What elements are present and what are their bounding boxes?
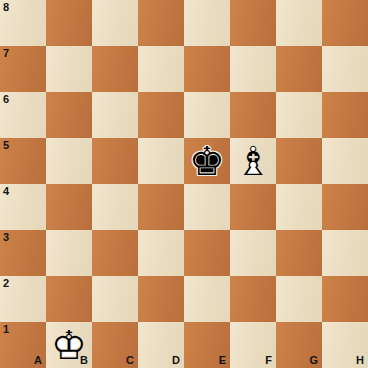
square-c1[interactable]: C — [92, 322, 138, 368]
rank-label-3: 3 — [3, 232, 9, 243]
piece-black-king[interactable]: ♚ — [184, 138, 230, 184]
square-a5[interactable]: 5 — [0, 138, 46, 184]
square-b4[interactable] — [46, 184, 92, 230]
square-g2[interactable] — [276, 276, 322, 322]
rank-label-7: 7 — [3, 48, 9, 59]
rank-label-4: 4 — [3, 186, 9, 197]
square-e2[interactable] — [184, 276, 230, 322]
square-d3[interactable] — [138, 230, 184, 276]
square-c6[interactable] — [92, 92, 138, 138]
square-d2[interactable] — [138, 276, 184, 322]
square-a6[interactable]: 6 — [0, 92, 46, 138]
square-c3[interactable] — [92, 230, 138, 276]
square-e5[interactable]: ♚ — [184, 138, 230, 184]
square-f7[interactable] — [230, 46, 276, 92]
square-h6[interactable] — [322, 92, 368, 138]
square-h8[interactable] — [322, 0, 368, 46]
square-a7[interactable]: 7 — [0, 46, 46, 92]
square-b6[interactable] — [46, 92, 92, 138]
square-h2[interactable] — [322, 276, 368, 322]
rank-label-8: 8 — [3, 2, 9, 13]
square-a2[interactable]: 2 — [0, 276, 46, 322]
square-b5[interactable] — [46, 138, 92, 184]
piece-white-bishop[interactable]: ♝♗ — [230, 138, 276, 184]
file-label-d: D — [172, 355, 180, 366]
square-b7[interactable] — [46, 46, 92, 92]
square-h3[interactable] — [322, 230, 368, 276]
square-e1[interactable]: E — [184, 322, 230, 368]
rank-label-5: 5 — [3, 140, 9, 151]
square-f5[interactable]: ♝♗ — [230, 138, 276, 184]
square-a3[interactable]: 3 — [0, 230, 46, 276]
square-g5[interactable] — [276, 138, 322, 184]
file-label-f: F — [265, 355, 272, 366]
square-h5[interactable] — [322, 138, 368, 184]
file-label-e: E — [219, 355, 226, 366]
square-g1[interactable]: G — [276, 322, 322, 368]
square-c7[interactable] — [92, 46, 138, 92]
rank-label-2: 2 — [3, 278, 9, 289]
square-f1[interactable]: F — [230, 322, 276, 368]
square-g6[interactable] — [276, 92, 322, 138]
square-b8[interactable] — [46, 0, 92, 46]
file-label-g: G — [309, 355, 318, 366]
square-h7[interactable] — [322, 46, 368, 92]
square-d5[interactable] — [138, 138, 184, 184]
piece-glyph-outline: ♗ — [235, 141, 271, 181]
square-e3[interactable] — [184, 230, 230, 276]
page: 8765♚♝♗4321AB♚♔CDEFGH — [0, 0, 368, 368]
rank-label-6: 6 — [3, 94, 9, 105]
square-b1[interactable]: B♚♔ — [46, 322, 92, 368]
square-c8[interactable] — [92, 0, 138, 46]
square-d7[interactable] — [138, 46, 184, 92]
square-c2[interactable] — [92, 276, 138, 322]
piece-glyph-fill: ♚ — [189, 141, 225, 181]
square-g8[interactable] — [276, 0, 322, 46]
square-d4[interactable] — [138, 184, 184, 230]
chess-board: 8765♚♝♗4321AB♚♔CDEFGH — [0, 0, 368, 368]
square-g7[interactable] — [276, 46, 322, 92]
square-c5[interactable] — [92, 138, 138, 184]
square-d1[interactable]: D — [138, 322, 184, 368]
square-e7[interactable] — [184, 46, 230, 92]
square-e6[interactable] — [184, 92, 230, 138]
square-f2[interactable] — [230, 276, 276, 322]
square-h4[interactable] — [322, 184, 368, 230]
square-d6[interactable] — [138, 92, 184, 138]
square-b3[interactable] — [46, 230, 92, 276]
square-f4[interactable] — [230, 184, 276, 230]
square-g3[interactable] — [276, 230, 322, 276]
file-label-b: B — [80, 355, 88, 366]
file-label-c: C — [126, 355, 134, 366]
file-label-h: H — [356, 355, 364, 366]
rank-label-1: 1 — [3, 324, 9, 335]
square-f3[interactable] — [230, 230, 276, 276]
square-c4[interactable] — [92, 184, 138, 230]
square-g4[interactable] — [276, 184, 322, 230]
square-e4[interactable] — [184, 184, 230, 230]
square-a1[interactable]: 1A — [0, 322, 46, 368]
square-e8[interactable] — [184, 0, 230, 46]
square-b2[interactable] — [46, 276, 92, 322]
square-f8[interactable] — [230, 0, 276, 46]
square-a4[interactable]: 4 — [0, 184, 46, 230]
square-h1[interactable]: H — [322, 322, 368, 368]
file-label-a: A — [34, 355, 42, 366]
square-a8[interactable]: 8 — [0, 0, 46, 46]
square-d8[interactable] — [138, 0, 184, 46]
square-f6[interactable] — [230, 92, 276, 138]
